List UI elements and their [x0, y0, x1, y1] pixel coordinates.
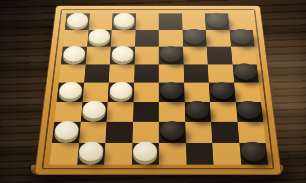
checker-piece-black[interactable]: [237, 101, 262, 119]
board-square[interactable]: [132, 122, 159, 143]
checker-piece-white[interactable]: [133, 142, 157, 162]
board-square[interactable]: [87, 30, 112, 47]
board-square[interactable]: [112, 13, 136, 29]
board-square[interactable]: [159, 143, 186, 165]
board-square[interactable]: [209, 83, 236, 102]
board-square[interactable]: [159, 64, 184, 82]
board-square[interactable]: [54, 102, 82, 122]
checker-piece-black[interactable]: [233, 64, 257, 80]
checker-piece-black[interactable]: [210, 82, 234, 99]
board-square[interactable]: [206, 30, 231, 47]
board-square[interactable]: [135, 13, 158, 29]
board-square[interactable]: [49, 143, 78, 165]
board-square[interactable]: [110, 47, 135, 65]
board-square[interactable]: [182, 30, 206, 47]
checkers-board[interactable]: [34, 5, 281, 174]
board-square[interactable]: [234, 83, 261, 102]
board-square[interactable]: [159, 83, 185, 102]
board-square[interactable]: [107, 102, 134, 122]
board-square[interactable]: [59, 64, 86, 82]
checker-piece-black[interactable]: [186, 101, 210, 119]
board-perspective-wrapper: [46, 0, 270, 183]
board-square[interactable]: [109, 64, 135, 82]
board-square[interactable]: [229, 30, 254, 47]
checker-piece-white[interactable]: [88, 29, 110, 44]
board-square[interactable]: [205, 13, 229, 29]
board-square[interactable]: [186, 143, 214, 165]
board-square[interactable]: [207, 47, 233, 65]
board-square[interactable]: [159, 30, 183, 47]
board-square[interactable]: [210, 102, 237, 122]
checker-piece-black[interactable]: [183, 29, 205, 44]
board-square[interactable]: [159, 13, 183, 29]
checker-piece-black[interactable]: [230, 29, 253, 44]
board-square[interactable]: [133, 102, 159, 122]
board-square[interactable]: [84, 64, 110, 82]
board-square[interactable]: [208, 64, 234, 82]
board-square[interactable]: [159, 47, 183, 65]
board-square[interactable]: [52, 122, 80, 143]
board-square[interactable]: [134, 64, 159, 82]
checker-piece-white[interactable]: [66, 13, 88, 27]
board-square[interactable]: [183, 47, 208, 65]
board-square[interactable]: [228, 13, 253, 29]
checker-piece-white[interactable]: [82, 101, 106, 119]
board-square[interactable]: [135, 30, 159, 47]
board-square[interactable]: [85, 47, 110, 65]
board-square[interactable]: [235, 102, 263, 122]
checker-piece-black[interactable]: [160, 82, 183, 99]
checker-piece-black[interactable]: [240, 142, 266, 162]
board-square[interactable]: [131, 143, 158, 165]
board-square[interactable]: [133, 83, 159, 102]
board-square[interactable]: [79, 122, 107, 143]
board-square[interactable]: [185, 122, 212, 143]
board-square[interactable]: [159, 102, 185, 122]
checker-piece-black[interactable]: [160, 46, 182, 62]
checker-piece-white[interactable]: [54, 121, 79, 140]
checker-piece-white[interactable]: [78, 142, 104, 162]
checker-piece-white[interactable]: [111, 46, 133, 62]
board-square[interactable]: [88, 13, 112, 29]
board-square[interactable]: [82, 83, 109, 102]
board-square[interactable]: [61, 47, 87, 65]
board-square[interactable]: [212, 143, 241, 165]
board-square[interactable]: [239, 143, 268, 165]
board-square[interactable]: [237, 122, 266, 143]
board-square[interactable]: [231, 47, 257, 65]
checker-piece-white[interactable]: [58, 82, 82, 99]
checker-piece-white[interactable]: [113, 13, 134, 27]
board-square[interactable]: [159, 122, 186, 143]
checker-piece-white[interactable]: [62, 46, 85, 62]
board-square[interactable]: [134, 47, 158, 65]
board-grid[interactable]: [49, 13, 268, 164]
board-square[interactable]: [182, 13, 206, 29]
board-square[interactable]: [184, 83, 210, 102]
board-square[interactable]: [80, 102, 107, 122]
board-square[interactable]: [63, 30, 88, 47]
checker-piece-black[interactable]: [206, 13, 228, 27]
checker-piece-white[interactable]: [109, 82, 132, 99]
board-square[interactable]: [232, 64, 259, 82]
table-background: [0, 0, 306, 183]
board-square[interactable]: [184, 102, 211, 122]
board-square[interactable]: [211, 122, 239, 143]
board-square[interactable]: [111, 30, 135, 47]
board-square[interactable]: [183, 64, 209, 82]
board-square[interactable]: [57, 83, 84, 102]
checker-piece-black[interactable]: [160, 121, 184, 140]
board-square[interactable]: [65, 13, 90, 29]
board-square[interactable]: [108, 83, 134, 102]
board-square[interactable]: [104, 143, 132, 165]
board-square[interactable]: [77, 143, 106, 165]
board-square[interactable]: [105, 122, 132, 143]
